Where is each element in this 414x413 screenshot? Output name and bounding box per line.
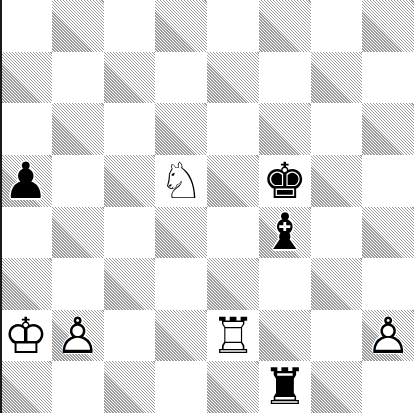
square-f2[interactable] — [259, 310, 311, 362]
square-h6[interactable] — [362, 103, 414, 155]
white-pawn-piece: ♙ — [52, 310, 104, 362]
square-a7[interactable] — [0, 52, 52, 104]
white-rook-fill: ♜ — [208, 311, 258, 361]
square-h2[interactable]: ♟♙ — [362, 310, 414, 362]
white-rook-piece: ♖ — [207, 310, 259, 362]
white-pawn-fill: ♟ — [363, 311, 413, 361]
square-g8[interactable] — [311, 0, 363, 52]
square-b6[interactable] — [52, 103, 104, 155]
square-b5[interactable] — [52, 155, 104, 207]
square-f7[interactable] — [259, 52, 311, 104]
square-h8[interactable] — [362, 0, 414, 52]
square-a6[interactable] — [0, 103, 52, 155]
square-d5[interactable]: ♞♘ — [155, 155, 207, 207]
square-d7[interactable] — [155, 52, 207, 104]
square-e8[interactable] — [207, 0, 259, 52]
white-king-fill: ♚ — [1, 311, 51, 361]
square-a1[interactable] — [0, 361, 52, 413]
black-king-piece: ♚ — [259, 155, 311, 207]
square-c1[interactable] — [104, 361, 156, 413]
chess-board: ♟♞♘♚♝♚♔♟♙♜♖♟♙♜ — [0, 0, 414, 413]
black-pawn-piece: ♟ — [0, 155, 52, 207]
square-c7[interactable] — [104, 52, 156, 104]
black-rook-piece: ♜ — [259, 361, 311, 413]
square-d1[interactable] — [155, 361, 207, 413]
square-g4[interactable] — [311, 207, 363, 259]
white-pawn-piece: ♙ — [362, 310, 414, 362]
square-c5[interactable] — [104, 155, 156, 207]
square-d2[interactable] — [155, 310, 207, 362]
square-f3[interactable] — [259, 258, 311, 310]
square-d3[interactable] — [155, 258, 207, 310]
square-g6[interactable] — [311, 103, 363, 155]
white-king-piece: ♔ — [0, 310, 52, 362]
square-g2[interactable] — [311, 310, 363, 362]
square-f8[interactable] — [259, 0, 311, 52]
square-a4[interactable] — [0, 207, 52, 259]
square-a5[interactable]: ♟ — [0, 155, 52, 207]
square-c4[interactable] — [104, 207, 156, 259]
square-e5[interactable] — [207, 155, 259, 207]
square-g1[interactable] — [311, 361, 363, 413]
square-a3[interactable] — [0, 258, 52, 310]
square-g5[interactable] — [311, 155, 363, 207]
square-c3[interactable] — [104, 258, 156, 310]
square-b7[interactable] — [52, 52, 104, 104]
square-b1[interactable] — [52, 361, 104, 413]
square-c2[interactable] — [104, 310, 156, 362]
square-f6[interactable] — [259, 103, 311, 155]
square-b4[interactable] — [52, 207, 104, 259]
chess-board-diagram: ♟♞♘♚♝♚♔♟♙♜♖♟♙♜ — [0, 0, 414, 413]
square-e6[interactable] — [207, 103, 259, 155]
square-f1[interactable]: ♜ — [259, 361, 311, 413]
square-h4[interactable] — [362, 207, 414, 259]
square-h1[interactable] — [362, 361, 414, 413]
square-b2[interactable]: ♟♙ — [52, 310, 104, 362]
square-h7[interactable] — [362, 52, 414, 104]
square-a2[interactable]: ♚♔ — [0, 310, 52, 362]
square-d6[interactable] — [155, 103, 207, 155]
square-e2[interactable]: ♜♖ — [207, 310, 259, 362]
white-pawn-fill: ♟ — [53, 311, 103, 361]
square-d8[interactable] — [155, 0, 207, 52]
white-knight-fill: ♞ — [156, 156, 206, 206]
square-a8[interactable] — [0, 0, 52, 52]
square-e4[interactable] — [207, 207, 259, 259]
black-bishop-piece: ♝ — [259, 207, 311, 259]
square-h3[interactable] — [362, 258, 414, 310]
square-e3[interactable] — [207, 258, 259, 310]
square-g3[interactable] — [311, 258, 363, 310]
white-knight-piece: ♘ — [155, 155, 207, 207]
square-b3[interactable] — [52, 258, 104, 310]
square-f4[interactable]: ♝ — [259, 207, 311, 259]
square-f5[interactable]: ♚ — [259, 155, 311, 207]
square-c8[interactable] — [104, 0, 156, 52]
square-c6[interactable] — [104, 103, 156, 155]
square-b8[interactable] — [52, 0, 104, 52]
square-h5[interactable] — [362, 155, 414, 207]
square-g7[interactable] — [311, 52, 363, 104]
square-e7[interactable] — [207, 52, 259, 104]
square-e1[interactable] — [207, 361, 259, 413]
square-d4[interactable] — [155, 207, 207, 259]
